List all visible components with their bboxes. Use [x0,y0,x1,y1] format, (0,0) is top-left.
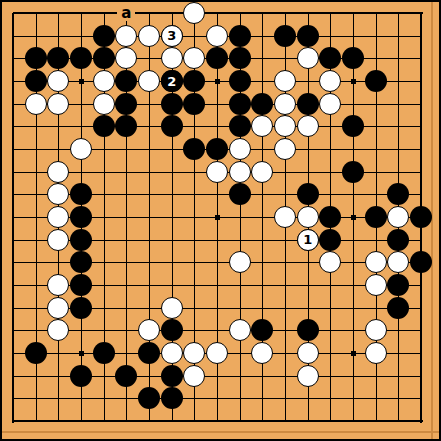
point-label: a [117,5,135,21]
white-stone [47,183,69,205]
black-stone [25,47,47,69]
black-stone [251,319,273,341]
go-board: 123a [0,0,441,441]
move-number-stone: 1 [297,229,319,251]
black-stone [161,93,183,115]
board-frame [2,431,439,433]
black-stone [342,115,364,137]
black-stone [70,251,92,273]
black-stone [70,206,92,228]
black-stone [70,365,92,387]
white-stone [319,93,341,115]
white-stone [229,161,251,183]
white-stone [229,251,251,273]
black-stone [161,115,183,137]
white-stone [274,93,296,115]
black-stone [319,229,341,251]
black-stone [206,47,228,69]
white-stone [274,138,296,160]
black-stone [115,70,137,92]
star-point [351,215,356,220]
white-stone [365,274,387,296]
star-point [79,351,84,356]
black-stone [319,47,341,69]
grid-line-h [13,420,423,422]
black-stone [70,47,92,69]
star-point [351,79,356,84]
white-stone [47,297,69,319]
white-stone [183,2,205,24]
white-stone [47,93,69,115]
board-frame [0,0,2,441]
black-stone [183,93,205,115]
white-stone [183,342,205,364]
white-stone [229,319,251,341]
white-stone [138,319,160,341]
white-stone [161,47,183,69]
white-stone [47,206,69,228]
white-stone [161,297,183,319]
black-stone [342,47,364,69]
white-stone [93,70,115,92]
white-stone [297,115,319,137]
black-stone [229,70,251,92]
white-stone [365,251,387,273]
white-stone [251,161,273,183]
grid-line-h [13,330,422,331]
black-stone [297,319,319,341]
black-stone [93,115,115,137]
black-stone [387,297,409,319]
white-stone [319,70,341,92]
white-stone [297,206,319,228]
black-stone [161,365,183,387]
grid-line-h [13,12,423,14]
white-stone [365,342,387,364]
white-stone [387,251,409,273]
black-stone [229,47,251,69]
star-point [215,79,220,84]
move-number-stone: 3 [161,25,183,47]
black-stone [297,25,319,47]
black-stone [365,70,387,92]
black-stone [410,251,432,273]
white-stone [70,138,92,160]
white-stone [251,115,273,137]
white-stone [47,229,69,251]
black-stone [387,183,409,205]
white-stone [274,115,296,137]
black-stone [93,47,115,69]
white-stone [115,25,137,47]
white-stone [251,342,273,364]
white-stone [138,25,160,47]
white-stone [115,47,137,69]
black-stone [365,206,387,228]
white-stone [274,206,296,228]
black-stone [410,206,432,228]
black-stone [70,229,92,251]
white-stone [47,161,69,183]
white-stone [206,161,228,183]
black-stone [138,342,160,364]
black-stone [70,274,92,296]
black-stone [229,25,251,47]
white-stone [47,274,69,296]
board-frame [0,0,441,2]
white-stone [25,93,47,115]
black-stone [70,297,92,319]
black-stone [183,138,205,160]
black-stone [25,342,47,364]
move-number-stone: 2 [161,70,183,92]
black-stone [93,342,115,364]
white-stone [297,47,319,69]
black-stone [387,274,409,296]
black-stone [297,93,319,115]
white-stone [365,319,387,341]
white-stone [206,342,228,364]
white-stone [47,70,69,92]
star-point [351,351,356,356]
white-stone [229,138,251,160]
white-stone [183,47,205,69]
black-stone [115,115,137,137]
white-stone [387,206,409,228]
white-stone [138,70,160,92]
black-stone [115,365,137,387]
white-stone [297,365,319,387]
white-stone [319,251,341,273]
black-stone [251,93,273,115]
white-stone [161,342,183,364]
black-stone [47,47,69,69]
black-stone [70,183,92,205]
black-stone [161,387,183,409]
white-stone [297,342,319,364]
grid-line-h [13,398,422,399]
black-stone [138,387,160,409]
black-stone [115,93,137,115]
white-stone [206,25,228,47]
black-stone [229,183,251,205]
black-stone [319,206,341,228]
star-point [215,215,220,220]
white-stone [93,93,115,115]
black-stone [183,70,205,92]
white-stone [183,365,205,387]
white-stone [274,70,296,92]
black-stone [206,138,228,160]
black-stone [229,115,251,137]
black-stone [93,25,115,47]
black-stone [161,319,183,341]
grid-line-v [12,13,14,423]
star-point [79,79,84,84]
black-stone [274,25,296,47]
black-stone [297,183,319,205]
go-diagram: 123a [0,0,441,441]
black-stone [229,93,251,115]
white-stone [47,319,69,341]
black-stone [342,161,364,183]
black-stone [25,70,47,92]
black-stone [387,229,409,251]
